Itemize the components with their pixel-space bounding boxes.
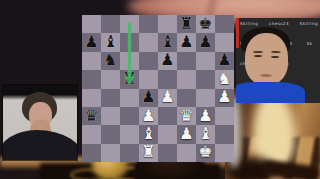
black-pawn: ♟ (141, 89, 155, 105)
square-d1: ♜ (139, 144, 158, 162)
square-b6: ♞ (101, 52, 120, 70)
square-d2: ♝ (139, 125, 158, 143)
square-a7: ♟ (82, 33, 101, 51)
square-a8 (82, 15, 101, 33)
square-h7 (215, 33, 234, 51)
square-b8 (101, 15, 120, 33)
square-f8: ♜ (177, 15, 196, 33)
square-f7: ♟ (177, 33, 196, 51)
square-b7: ♝ (101, 33, 120, 51)
broadcast-frame: ♜♚♟♝♝♟♟♞♟♟♜♞♟♟♟♛♟♛♟♝♟♝♜♚ Skilling chess2… (0, 0, 320, 179)
player-right-face (245, 33, 288, 85)
square-f2: ♟ (177, 125, 196, 143)
square-g7: ♟ (196, 33, 215, 51)
player-right-blue-shirt (236, 82, 305, 103)
square-g3: ♟ (196, 107, 215, 125)
chess-board-grid: ♜♚♟♝♝♟♟♞♟♟♜♞♟♟♟♛♟♛♟♝♟♝♜♚ (82, 15, 234, 162)
square-b1 (101, 144, 120, 162)
square-e3 (158, 107, 177, 125)
white-bishop: ♝ (198, 126, 212, 142)
square-h8 (215, 15, 234, 33)
chess-board: ♜♚♟♝♝♟♟♞♟♟♜♞♟♟♟♛♟♛♟♝♟♝♜♚ (82, 15, 234, 162)
square-a3: ♛ (82, 107, 101, 125)
black-rook: ♜ (122, 71, 136, 87)
square-c8 (120, 15, 139, 33)
square-b5 (101, 70, 120, 88)
white-bishop: ♝ (141, 126, 155, 142)
square-b3 (101, 107, 120, 125)
square-h5: ♞ (215, 70, 234, 88)
square-h2 (215, 125, 234, 143)
square-g4 (196, 89, 215, 107)
black-pawn: ♟ (160, 52, 174, 68)
square-h4: ♟ (215, 89, 234, 107)
player-left (3, 85, 77, 160)
player-right (236, 18, 320, 103)
square-a6 (82, 52, 101, 70)
webcam-player-bottom-left (3, 85, 77, 160)
square-e8 (158, 15, 177, 33)
square-h3 (215, 107, 234, 125)
black-rook: ♜ (179, 16, 193, 32)
black-pawn: ♟ (217, 52, 231, 68)
square-b4 (101, 89, 120, 107)
black-pawn: ♟ (84, 34, 98, 50)
square-e5 (158, 70, 177, 88)
square-h6: ♟ (215, 52, 234, 70)
white-knight: ♞ (217, 71, 231, 87)
square-e6: ♟ (158, 52, 177, 70)
square-d3: ♟ (139, 107, 158, 125)
square-g2: ♝ (196, 125, 215, 143)
square-a2 (82, 125, 101, 143)
black-bishop: ♝ (160, 34, 174, 50)
white-pawn: ♟ (141, 108, 155, 124)
square-e7: ♝ (158, 33, 177, 51)
player-left-jacket (3, 130, 77, 160)
square-e1 (158, 144, 177, 162)
square-d7 (139, 33, 158, 51)
webcam-player-top-right: Skilling chess24 Skilling che Skilling c… (236, 18, 320, 103)
player-right-mouth (260, 74, 272, 77)
black-king: ♚ (198, 16, 212, 32)
square-f1 (177, 144, 196, 162)
white-pawn: ♟ (160, 89, 174, 105)
white-queen: ♛ (179, 108, 193, 124)
square-c1 (120, 144, 139, 162)
square-g5 (196, 70, 215, 88)
black-knight: ♞ (103, 52, 117, 68)
square-f4 (177, 89, 196, 107)
black-pawn: ♟ (179, 34, 193, 50)
square-d8 (139, 15, 158, 33)
blurred-white-knight-piece (253, 92, 295, 166)
white-king: ♚ (198, 144, 212, 160)
square-f5 (177, 70, 196, 88)
square-d5 (139, 70, 158, 88)
square-c3 (120, 107, 139, 125)
white-pawn: ♟ (179, 126, 193, 142)
square-g8: ♚ (196, 15, 215, 33)
square-f6 (177, 52, 196, 70)
square-d4: ♟ (139, 89, 158, 107)
white-rook: ♜ (141, 144, 155, 160)
black-pawn: ♟ (198, 34, 212, 50)
player-right-eye (271, 56, 279, 58)
square-a4 (82, 89, 101, 107)
square-c7 (120, 33, 139, 51)
square-c2 (120, 125, 139, 143)
square-h1 (215, 144, 234, 162)
square-c5: ♜ (120, 70, 139, 88)
square-c4 (120, 89, 139, 107)
square-g6 (196, 52, 215, 70)
square-f3: ♛ (177, 107, 196, 125)
black-queen: ♛ (84, 108, 98, 124)
square-g1: ♚ (196, 144, 215, 162)
black-bishop: ♝ (103, 34, 117, 50)
square-a1 (82, 144, 101, 162)
white-pawn: ♟ (217, 89, 231, 105)
square-b2 (101, 125, 120, 143)
square-d6 (139, 52, 158, 70)
player-right-eyebrow (253, 51, 263, 53)
white-pawn: ♟ (198, 108, 212, 124)
square-a5 (82, 70, 101, 88)
square-e2 (158, 125, 177, 143)
square-c6 (120, 52, 139, 70)
square-e4: ♟ (158, 89, 177, 107)
player-right-eye (254, 55, 262, 57)
